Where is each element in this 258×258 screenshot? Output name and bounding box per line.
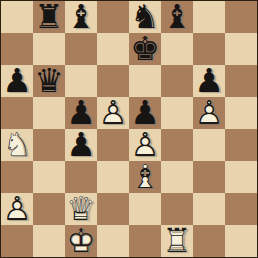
square-g8[interactable] (193, 1, 225, 33)
black-bishop-piece: ♝ (65, 1, 97, 33)
square-g1[interactable] (193, 225, 225, 257)
black-queen-piece: ♛ (33, 65, 65, 97)
white-bishop-piece: ♗ (129, 161, 161, 193)
black-pawn-piece: ♟ (1, 65, 33, 97)
square-b4[interactable] (33, 129, 65, 161)
square-e5[interactable]: ♟ (129, 97, 161, 129)
square-g7[interactable] (193, 33, 225, 65)
white-rook-fill: ♜ (161, 225, 193, 257)
square-d4[interactable] (97, 129, 129, 161)
square-e8[interactable]: ♞ (129, 1, 161, 33)
square-g5[interactable]: ♟♙ (193, 97, 225, 129)
square-f2[interactable] (161, 193, 193, 225)
square-f4[interactable] (161, 129, 193, 161)
square-c4[interactable]: ♟ (65, 129, 97, 161)
square-c6[interactable] (65, 65, 97, 97)
square-e6[interactable] (129, 65, 161, 97)
square-f8[interactable]: ♝ (161, 1, 193, 33)
square-c8[interactable]: ♝ (65, 1, 97, 33)
square-b8[interactable]: ♜ (33, 1, 65, 33)
black-pawn-piece: ♟ (65, 129, 97, 161)
square-a4[interactable]: ♞♘ (1, 129, 33, 161)
black-pawn-piece: ♟ (129, 97, 161, 129)
white-queen-piece: ♕ (65, 193, 97, 225)
square-e2[interactable] (129, 193, 161, 225)
square-c1[interactable]: ♚♔ (65, 225, 97, 257)
white-pawn-piece: ♙ (129, 129, 161, 161)
square-d7[interactable] (97, 33, 129, 65)
square-a8[interactable] (1, 1, 33, 33)
square-h4[interactable] (225, 129, 257, 161)
board-grid: ♜♝♞♝♚♟♛♟♟♟♙♟♟♙♞♘♟♟♙♝♗♟♙♛♕♚♔♜♖ (1, 1, 257, 257)
black-pawn-piece: ♟ (193, 65, 225, 97)
square-g2[interactable] (193, 193, 225, 225)
square-f5[interactable] (161, 97, 193, 129)
square-g6[interactable]: ♟ (193, 65, 225, 97)
white-king-fill: ♚ (65, 225, 97, 257)
square-c5[interactable]: ♟ (65, 97, 97, 129)
black-bishop-piece: ♝ (161, 1, 193, 33)
square-b7[interactable] (33, 33, 65, 65)
white-queen-fill: ♛ (65, 193, 97, 225)
square-e3[interactable]: ♝♗ (129, 161, 161, 193)
square-h3[interactable] (225, 161, 257, 193)
square-e1[interactable] (129, 225, 161, 257)
white-knight-fill: ♞ (1, 129, 33, 161)
square-e7[interactable]: ♚ (129, 33, 161, 65)
square-g4[interactable] (193, 129, 225, 161)
square-a3[interactable] (1, 161, 33, 193)
white-pawn-fill: ♟ (193, 97, 225, 129)
chessboard: ♜♝♞♝♚♟♛♟♟♟♙♟♟♙♞♘♟♟♙♝♗♟♙♛♕♚♔♜♖ (0, 0, 258, 258)
square-g3[interactable] (193, 161, 225, 193)
square-b2[interactable] (33, 193, 65, 225)
square-d8[interactable] (97, 1, 129, 33)
square-a2[interactable]: ♟♙ (1, 193, 33, 225)
square-f1[interactable]: ♜♖ (161, 225, 193, 257)
square-a1[interactable] (1, 225, 33, 257)
white-pawn-fill: ♟ (1, 193, 33, 225)
square-d5[interactable]: ♟♙ (97, 97, 129, 129)
black-king-piece: ♚ (129, 33, 161, 65)
white-pawn-fill: ♟ (97, 97, 129, 129)
square-h1[interactable] (225, 225, 257, 257)
square-a7[interactable] (1, 33, 33, 65)
square-c7[interactable] (65, 33, 97, 65)
square-b5[interactable] (33, 97, 65, 129)
white-pawn-piece: ♙ (193, 97, 225, 129)
square-d2[interactable] (97, 193, 129, 225)
white-pawn-piece: ♙ (97, 97, 129, 129)
square-f7[interactable] (161, 33, 193, 65)
square-c3[interactable] (65, 161, 97, 193)
square-d3[interactable] (97, 161, 129, 193)
black-pawn-piece: ♟ (65, 97, 97, 129)
white-king-piece: ♔ (65, 225, 97, 257)
square-h7[interactable] (225, 33, 257, 65)
square-h2[interactable] (225, 193, 257, 225)
white-bishop-fill: ♝ (129, 161, 161, 193)
square-d1[interactable] (97, 225, 129, 257)
square-a6[interactable]: ♟ (1, 65, 33, 97)
square-a5[interactable] (1, 97, 33, 129)
square-h5[interactable] (225, 97, 257, 129)
square-e4[interactable]: ♟♙ (129, 129, 161, 161)
square-b1[interactable] (33, 225, 65, 257)
white-pawn-piece: ♙ (1, 193, 33, 225)
square-h8[interactable] (225, 1, 257, 33)
white-pawn-fill: ♟ (129, 129, 161, 161)
square-c2[interactable]: ♛♕ (65, 193, 97, 225)
black-knight-piece: ♞ (129, 1, 161, 33)
square-d6[interactable] (97, 65, 129, 97)
square-f3[interactable] (161, 161, 193, 193)
square-h6[interactable] (225, 65, 257, 97)
square-b3[interactable] (33, 161, 65, 193)
white-rook-piece: ♖ (161, 225, 193, 257)
square-b6[interactable]: ♛ (33, 65, 65, 97)
black-rook-piece: ♜ (33, 1, 65, 33)
square-f6[interactable] (161, 65, 193, 97)
white-knight-piece: ♘ (1, 129, 33, 161)
